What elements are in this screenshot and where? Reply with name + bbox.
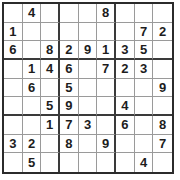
cell-r1c8[interactable] (135, 4, 154, 23)
cell-r1c5[interactable] (79, 4, 98, 23)
cell-r5c4: 5 (60, 79, 79, 98)
cell-r6c2[interactable] (23, 97, 42, 116)
cell-r6c9[interactable] (153, 97, 172, 116)
cell-r9c4[interactable] (60, 153, 79, 172)
cell-r3c3: 8 (41, 41, 60, 60)
cell-r6c8[interactable] (135, 97, 154, 116)
cell-r5c9: 9 (153, 79, 172, 98)
cell-r7c4: 7 (60, 116, 79, 135)
cell-r8c5[interactable] (79, 135, 98, 154)
cell-r6c7: 4 (116, 97, 135, 116)
cell-r9c5[interactable] (79, 153, 98, 172)
cell-r5c8[interactable] (135, 79, 154, 98)
cell-r9c6[interactable] (97, 153, 116, 172)
cell-r2c5[interactable] (79, 23, 98, 42)
cell-r3c8: 5 (135, 41, 154, 60)
cell-r6c4: 9 (60, 97, 79, 116)
cell-r4c9[interactable] (153, 60, 172, 79)
cell-r7c3: 1 (41, 116, 60, 135)
cell-r2c6[interactable] (97, 23, 116, 42)
cell-r2c9: 2 (153, 23, 172, 42)
cell-r9c1[interactable] (4, 153, 23, 172)
cell-r9c3[interactable] (41, 153, 60, 172)
cell-r8c8[interactable] (135, 135, 154, 154)
cell-r9c8: 4 (135, 153, 154, 172)
cell-r1c9[interactable] (153, 4, 172, 23)
cell-r4c8: 3 (135, 60, 154, 79)
cell-r5c5[interactable] (79, 79, 98, 98)
cell-r3c6: 1 (97, 41, 116, 60)
cell-r5c2: 6 (23, 79, 42, 98)
cell-r8c7[interactable] (116, 135, 135, 154)
cell-r5c7[interactable] (116, 79, 135, 98)
cell-r1c7[interactable] (116, 4, 135, 23)
cell-r2c8: 7 (135, 23, 154, 42)
cell-r6c3: 5 (41, 97, 60, 116)
cell-r8c1: 3 (4, 135, 23, 154)
cell-r7c7: 6 (116, 116, 135, 135)
cell-r8c9: 7 (153, 135, 172, 154)
cell-r2c2[interactable] (23, 23, 42, 42)
cell-r7c1[interactable] (4, 116, 23, 135)
cell-r9c2: 5 (23, 153, 42, 172)
cell-r5c1[interactable] (4, 79, 23, 98)
cell-r5c6[interactable] (97, 79, 116, 98)
cell-r3c2[interactable] (23, 41, 42, 60)
cell-r1c1[interactable] (4, 4, 23, 23)
cell-r3c4: 2 (60, 41, 79, 60)
cell-r2c4[interactable] (60, 23, 79, 42)
cell-r7c9: 8 (153, 116, 172, 135)
cell-r9c7[interactable] (116, 153, 135, 172)
cell-r9c9[interactable] (153, 153, 172, 172)
cell-r3c5: 9 (79, 41, 98, 60)
sudoku-board: 481726829135146723659594173683289754 (2, 2, 174, 174)
cell-r2c7[interactable] (116, 23, 135, 42)
cell-r7c2[interactable] (23, 116, 42, 135)
cell-r7c6[interactable] (97, 116, 116, 135)
cell-r7c8[interactable] (135, 116, 154, 135)
cell-r6c1[interactable] (4, 97, 23, 116)
cell-r8c6: 9 (97, 135, 116, 154)
cell-r4c7: 2 (116, 60, 135, 79)
cell-r4c6: 7 (97, 60, 116, 79)
cell-r6c5[interactable] (79, 97, 98, 116)
cell-r1c2: 4 (23, 4, 42, 23)
cell-r4c1[interactable] (4, 60, 23, 79)
cell-r3c9[interactable] (153, 41, 172, 60)
cell-r5c3[interactable] (41, 79, 60, 98)
cell-r7c5: 3 (79, 116, 98, 135)
cell-r8c4: 8 (60, 135, 79, 154)
cell-r1c3[interactable] (41, 4, 60, 23)
cell-r4c2: 1 (23, 60, 42, 79)
cell-r1c4[interactable] (60, 4, 79, 23)
cell-r6c6[interactable] (97, 97, 116, 116)
cell-r3c7: 3 (116, 41, 135, 60)
cell-r8c3[interactable] (41, 135, 60, 154)
cell-r4c4: 6 (60, 60, 79, 79)
cell-r8c2: 2 (23, 135, 42, 154)
cell-r4c5[interactable] (79, 60, 98, 79)
cell-r4c3: 4 (41, 60, 60, 79)
cell-r3c1: 6 (4, 41, 23, 60)
cell-r2c3[interactable] (41, 23, 60, 42)
cell-r1c6: 8 (97, 4, 116, 23)
cell-r2c1: 1 (4, 23, 23, 42)
